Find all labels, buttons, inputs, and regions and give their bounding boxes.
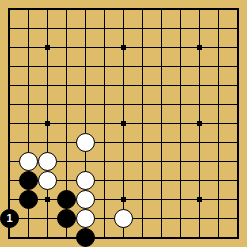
intersection-E4[interactable]: [76, 171, 95, 190]
intersection-N12[interactable]: [228, 19, 247, 38]
intersection-K9[interactable]: [171, 76, 190, 95]
intersection-C11[interactable]: [38, 38, 57, 57]
intersection-A12[interactable]: [0, 19, 19, 38]
intersection-H5[interactable]: [133, 152, 152, 171]
intersection-H2[interactable]: [133, 209, 152, 228]
intersection-N2[interactable]: [228, 209, 247, 228]
intersection-N7[interactable]: [228, 114, 247, 133]
intersection-C6[interactable]: [38, 133, 57, 152]
intersection-B7[interactable]: [19, 114, 38, 133]
intersection-N3[interactable]: [228, 190, 247, 209]
intersection-J1[interactable]: [152, 228, 171, 247]
intersection-L6[interactable]: [190, 133, 209, 152]
intersection-M8[interactable]: [209, 95, 228, 114]
star-point: [45, 121, 50, 126]
intersection-J3[interactable]: [152, 190, 171, 209]
intersection-B10[interactable]: [19, 57, 38, 76]
intersection-M1[interactable]: [209, 228, 228, 247]
intersection-L3[interactable]: [190, 190, 209, 209]
intersection-G11[interactable]: [114, 38, 133, 57]
go-board: 1: [0, 0, 247, 247]
intersection-K10[interactable]: [171, 57, 190, 76]
intersection-L12[interactable]: [190, 19, 209, 38]
intersection-K4[interactable]: [171, 171, 190, 190]
intersection-G8[interactable]: [114, 95, 133, 114]
intersection-D9[interactable]: [57, 76, 76, 95]
white-stone: [114, 209, 133, 228]
intersection-B2[interactable]: [19, 209, 38, 228]
intersection-G2[interactable]: [114, 209, 133, 228]
intersection-D6[interactable]: [57, 133, 76, 152]
intersection-H12[interactable]: [133, 19, 152, 38]
intersection-C1[interactable]: [38, 228, 57, 247]
intersection-G7[interactable]: [114, 114, 133, 133]
intersection-D5[interactable]: [57, 152, 76, 171]
intersection-M4[interactable]: [209, 171, 228, 190]
intersection-E10[interactable]: [76, 57, 95, 76]
intersection-H3[interactable]: [133, 190, 152, 209]
intersection-C3[interactable]: [38, 190, 57, 209]
intersection-H9[interactable]: [133, 76, 152, 95]
intersection-D10[interactable]: [57, 57, 76, 76]
intersection-C4[interactable]: [38, 171, 57, 190]
intersection-D8[interactable]: [57, 95, 76, 114]
intersection-M9[interactable]: [209, 76, 228, 95]
intersection-B13[interactable]: [19, 0, 38, 19]
intersection-K3[interactable]: [171, 190, 190, 209]
intersection-B3[interactable]: [19, 190, 38, 209]
intersection-D1[interactable]: [57, 228, 76, 247]
star-point: [197, 197, 202, 202]
white-stone: [38, 152, 57, 171]
intersection-G5[interactable]: [114, 152, 133, 171]
intersection-K12[interactable]: [171, 19, 190, 38]
intersection-J8[interactable]: [152, 95, 171, 114]
intersection-L13[interactable]: [190, 0, 209, 19]
star-point: [45, 45, 50, 50]
intersection-H11[interactable]: [133, 38, 152, 57]
star-point: [197, 121, 202, 126]
intersection-F8[interactable]: [95, 95, 114, 114]
intersection-G3[interactable]: [114, 190, 133, 209]
intersection-C10[interactable]: [38, 57, 57, 76]
black-stone: [57, 209, 76, 228]
intersection-A1[interactable]: [0, 228, 19, 247]
intersection-N11[interactable]: [228, 38, 247, 57]
black-stone: [19, 190, 38, 209]
white-stone: [76, 209, 95, 228]
intersection-M2[interactable]: [209, 209, 228, 228]
intersection-B11[interactable]: [19, 38, 38, 57]
intersection-H13[interactable]: [133, 0, 152, 19]
intersection-J12[interactable]: [152, 19, 171, 38]
intersection-K11[interactable]: [171, 38, 190, 57]
intersection-N5[interactable]: [228, 152, 247, 171]
intersection-H6[interactable]: [133, 133, 152, 152]
intersection-B12[interactable]: [19, 19, 38, 38]
intersection-G9[interactable]: [114, 76, 133, 95]
intersection-E2[interactable]: [76, 209, 95, 228]
intersection-A5[interactable]: [0, 152, 19, 171]
black-stone: [19, 171, 38, 190]
intersection-F10[interactable]: [95, 57, 114, 76]
intersection-H10[interactable]: [133, 57, 152, 76]
intersection-K6[interactable]: [171, 133, 190, 152]
intersection-F3[interactable]: [95, 190, 114, 209]
intersection-A8[interactable]: [0, 95, 19, 114]
intersection-E12[interactable]: [76, 19, 95, 38]
intersection-G1[interactable]: [114, 228, 133, 247]
white-stone: [38, 171, 57, 190]
intersection-F7[interactable]: [95, 114, 114, 133]
intersection-L8[interactable]: [190, 95, 209, 114]
intersection-D7[interactable]: [57, 114, 76, 133]
intersection-M13[interactable]: [209, 0, 228, 19]
intersection-L10[interactable]: [190, 57, 209, 76]
intersection-H7[interactable]: [133, 114, 152, 133]
intersection-K2[interactable]: [171, 209, 190, 228]
intersection-C5[interactable]: [38, 152, 57, 171]
intersection-N6[interactable]: [228, 133, 247, 152]
intersection-D4[interactable]: [57, 171, 76, 190]
intersection-M3[interactable]: [209, 190, 228, 209]
white-stone: [76, 133, 95, 152]
intersection-J9[interactable]: [152, 76, 171, 95]
intersection-J13[interactable]: [152, 0, 171, 19]
intersection-L9[interactable]: [190, 76, 209, 95]
star-point: [121, 197, 126, 202]
intersection-B4[interactable]: [19, 171, 38, 190]
intersection-A7[interactable]: [0, 114, 19, 133]
intersection-K13[interactable]: [171, 0, 190, 19]
white-stone: [76, 190, 95, 209]
intersection-C8[interactable]: [38, 95, 57, 114]
intersection-M12[interactable]: [209, 19, 228, 38]
intersection-E11[interactable]: [76, 38, 95, 57]
intersection-F2[interactable]: [95, 209, 114, 228]
intersection-J10[interactable]: [152, 57, 171, 76]
intersection-B5[interactable]: [19, 152, 38, 171]
intersection-F11[interactable]: [95, 38, 114, 57]
intersection-L5[interactable]: [190, 152, 209, 171]
intersection-A9[interactable]: [0, 76, 19, 95]
intersection-H8[interactable]: [133, 95, 152, 114]
intersection-A11[interactable]: [0, 38, 19, 57]
intersection-E5[interactable]: [76, 152, 95, 171]
intersection-D3[interactable]: [57, 190, 76, 209]
intersection-B6[interactable]: [19, 133, 38, 152]
intersection-N4[interactable]: [228, 171, 247, 190]
intersection-E7[interactable]: [76, 114, 95, 133]
intersection-J7[interactable]: [152, 114, 171, 133]
black-stone: [57, 190, 76, 209]
black-stone: 1: [0, 209, 19, 228]
star-point: [121, 45, 126, 50]
intersection-J11[interactable]: [152, 38, 171, 57]
intersection-G6[interactable]: [114, 133, 133, 152]
intersection-D11[interactable]: [57, 38, 76, 57]
intersection-D12[interactable]: [57, 19, 76, 38]
intersection-H1[interactable]: [133, 228, 152, 247]
intersection-J6[interactable]: [152, 133, 171, 152]
intersection-M5[interactable]: [209, 152, 228, 171]
intersection-F9[interactable]: [95, 76, 114, 95]
white-stone: [19, 152, 38, 171]
intersection-L4[interactable]: [190, 171, 209, 190]
intersection-E13[interactable]: [76, 0, 95, 19]
intersection-A2[interactable]: 1: [0, 209, 19, 228]
intersection-C7[interactable]: [38, 114, 57, 133]
intersection-L7[interactable]: [190, 114, 209, 133]
intersection-G13[interactable]: [114, 0, 133, 19]
intersection-A4[interactable]: [0, 171, 19, 190]
intersection-E6[interactable]: [76, 133, 95, 152]
intersection-M10[interactable]: [209, 57, 228, 76]
intersection-C9[interactable]: [38, 76, 57, 95]
intersection-N10[interactable]: [228, 57, 247, 76]
star-point: [121, 121, 126, 126]
intersection-E9[interactable]: [76, 76, 95, 95]
intersection-F4[interactable]: [95, 171, 114, 190]
intersection-L1[interactable]: [190, 228, 209, 247]
intersection-A10[interactable]: [0, 57, 19, 76]
intersection-B8[interactable]: [19, 95, 38, 114]
intersection-N13[interactable]: [228, 0, 247, 19]
intersection-D2[interactable]: [57, 209, 76, 228]
intersection-G4[interactable]: [114, 171, 133, 190]
star-point: [197, 45, 202, 50]
intersection-M6[interactable]: [209, 133, 228, 152]
intersection-L11[interactable]: [190, 38, 209, 57]
intersection-F1[interactable]: [95, 228, 114, 247]
intersection-B1[interactable]: [19, 228, 38, 247]
intersection-N8[interactable]: [228, 95, 247, 114]
intersection-F5[interactable]: [95, 152, 114, 171]
intersection-E1[interactable]: [76, 228, 95, 247]
intersection-F12[interactable]: [95, 19, 114, 38]
move-number: 1: [6, 213, 12, 224]
intersection-J4[interactable]: [152, 171, 171, 190]
intersection-F6[interactable]: [95, 133, 114, 152]
intersection-D13[interactable]: [57, 0, 76, 19]
intersection-G10[interactable]: [114, 57, 133, 76]
intersection-N1[interactable]: [228, 228, 247, 247]
intersection-E3[interactable]: [76, 190, 95, 209]
intersection-K7[interactable]: [171, 114, 190, 133]
intersection-E8[interactable]: [76, 95, 95, 114]
intersection-L2[interactable]: [190, 209, 209, 228]
black-stone: [76, 228, 95, 247]
intersection-K8[interactable]: [171, 95, 190, 114]
intersection-J5[interactable]: [152, 152, 171, 171]
intersection-B9[interactable]: [19, 76, 38, 95]
intersection-C12[interactable]: [38, 19, 57, 38]
star-point: [45, 197, 50, 202]
intersection-M7[interactable]: [209, 114, 228, 133]
intersection-G12[interactable]: [114, 19, 133, 38]
intersection-K5[interactable]: [171, 152, 190, 171]
intersection-M11[interactable]: [209, 38, 228, 57]
intersection-A3[interactable]: [0, 190, 19, 209]
intersection-N9[interactable]: [228, 76, 247, 95]
intersection-C2[interactable]: [38, 209, 57, 228]
intersection-J2[interactable]: [152, 209, 171, 228]
intersection-F13[interactable]: [95, 0, 114, 19]
intersection-C13[interactable]: [38, 0, 57, 19]
intersection-A13[interactable]: [0, 0, 19, 19]
intersection-A6[interactable]: [0, 133, 19, 152]
intersection-H4[interactable]: [133, 171, 152, 190]
intersection-K1[interactable]: [171, 228, 190, 247]
white-stone: [76, 171, 95, 190]
